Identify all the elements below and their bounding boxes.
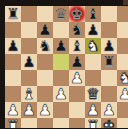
square-e3[interactable] bbox=[69, 86, 85, 102]
piece-white-knight-f6[interactable]: ♞ bbox=[86, 38, 99, 54]
piece-white-rook-f1[interactable]: ♜ bbox=[86, 118, 99, 129]
piece-black-knight-c6[interactable]: ♞ bbox=[38, 38, 51, 54]
square-h2[interactable] bbox=[117, 102, 128, 118]
square-d5[interactable] bbox=[53, 54, 69, 70]
piece-white-pawn-b2[interactable]: ♟ bbox=[22, 102, 35, 118]
square-h6[interactable] bbox=[117, 38, 128, 54]
square-c1[interactable] bbox=[37, 118, 53, 128]
square-d1[interactable] bbox=[53, 118, 69, 128]
square-h8[interactable] bbox=[117, 6, 128, 22]
piece-black-pawn-d6[interactable]: ♟ bbox=[54, 38, 67, 54]
square-g4[interactable] bbox=[101, 70, 117, 86]
square-d3[interactable]: ♟ bbox=[53, 86, 69, 102]
cropped-ui-fragment bbox=[123, 0, 128, 5]
square-d6[interactable]: ♟ bbox=[53, 38, 69, 54]
piece-white-pawn-a2[interactable]: ♟ bbox=[6, 102, 19, 118]
square-c5[interactable] bbox=[37, 54, 53, 70]
piece-white-pawn-h3[interactable]: ♟ bbox=[118, 86, 128, 102]
piece-black-rook-a8[interactable]: ♜ bbox=[6, 6, 19, 22]
square-d8[interactable]: ♛ bbox=[53, 6, 69, 22]
square-h7[interactable] bbox=[117, 22, 128, 38]
square-c4[interactable] bbox=[37, 70, 53, 86]
square-e1[interactable] bbox=[69, 118, 85, 128]
square-g8[interactable] bbox=[101, 6, 117, 22]
square-f5[interactable] bbox=[85, 54, 101, 70]
square-c6[interactable]: ♞ bbox=[37, 38, 53, 54]
piece-white-pawn-g2[interactable]: ♟ bbox=[102, 102, 115, 118]
piece-white-pawn-e4[interactable]: ♟ bbox=[70, 70, 83, 86]
square-e2[interactable] bbox=[69, 102, 85, 118]
piece-white-king-g1[interactable]: ♚ bbox=[102, 118, 115, 129]
piece-black-pawn-a6[interactable]: ♟ bbox=[6, 38, 19, 54]
piece-black-bishop-f8[interactable]: ♝ bbox=[86, 6, 99, 22]
piece-black-pawn-e5[interactable]: ♟ bbox=[70, 54, 83, 70]
piece-black-pawn-f7[interactable]: ♟ bbox=[86, 22, 99, 38]
square-b5[interactable]: ♟ bbox=[21, 54, 37, 70]
piece-black-king-e8[interactable]: ♚ bbox=[70, 6, 83, 22]
square-b7[interactable] bbox=[21, 22, 37, 38]
square-f6[interactable]: ♞ bbox=[85, 38, 101, 54]
piece-white-queen-f3[interactable]: ♛ bbox=[86, 86, 99, 102]
piece-black-knight-e7[interactable]: ♞ bbox=[70, 22, 83, 38]
piece-white-rook-a1[interactable]: ♜ bbox=[6, 118, 19, 129]
square-e4[interactable]: ♟ bbox=[69, 70, 85, 86]
piece-black-pawn-g6[interactable]: ♟ bbox=[102, 38, 115, 54]
square-a6[interactable]: ♟ bbox=[5, 38, 21, 54]
square-g1[interactable]: ♚ bbox=[101, 118, 117, 128]
square-f1[interactable]: ♜ bbox=[85, 118, 101, 128]
square-b2[interactable]: ♟ bbox=[21, 102, 37, 118]
square-a4[interactable] bbox=[5, 70, 21, 86]
piece-white-knight-h4[interactable]: ♞ bbox=[118, 70, 128, 86]
square-h3[interactable]: ♟ bbox=[117, 86, 128, 102]
piece-black-pawn-b5[interactable]: ♟ bbox=[22, 54, 35, 70]
piece-black-rook-g5[interactable]: ♜ bbox=[102, 54, 115, 70]
square-g5[interactable]: ♜ bbox=[101, 54, 117, 70]
square-a5[interactable] bbox=[5, 54, 21, 70]
piece-black-queen-d8[interactable]: ♛ bbox=[54, 6, 67, 22]
square-c2[interactable]: ♟ bbox=[37, 102, 53, 118]
square-b1[interactable] bbox=[21, 118, 37, 128]
chess-app-viewport: ♜♛♚♝♟♞♟♟♞♟♝♞♟♟♟♜♟♞♝♟♛♟♟♟♟♟♟♜♜♚ bbox=[0, 0, 128, 128]
piece-white-pawn-d3[interactable]: ♟ bbox=[54, 86, 67, 102]
square-b8[interactable] bbox=[21, 6, 37, 22]
piece-white-bishop-b3[interactable]: ♝ bbox=[22, 86, 35, 102]
square-d2[interactable] bbox=[53, 102, 69, 118]
piece-white-pawn-c2[interactable]: ♟ bbox=[38, 102, 51, 118]
piece-black-bishop-e6[interactable]: ♝ bbox=[70, 38, 83, 54]
square-a8[interactable]: ♜ bbox=[5, 6, 21, 22]
piece-black-pawn-c7[interactable]: ♟ bbox=[38, 22, 51, 38]
piece-white-pawn-f2[interactable]: ♟ bbox=[86, 102, 99, 118]
square-h1[interactable] bbox=[117, 118, 128, 128]
square-a1[interactable]: ♜ bbox=[5, 118, 21, 128]
chessboard[interactable]: ♜♛♚♝♟♞♟♟♞♟♝♞♟♟♟♜♟♞♝♟♛♟♟♟♟♟♟♜♜♚ bbox=[5, 6, 128, 128]
